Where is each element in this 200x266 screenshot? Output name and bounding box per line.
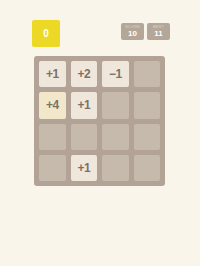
game-screen: 0 SCORE 10 BEST 11 +1+2−1+4+1+1 xyxy=(0,0,200,266)
best-value: 11 xyxy=(154,30,162,38)
empty-cell xyxy=(102,92,129,118)
score-value: 10 xyxy=(128,30,137,38)
score-badge: SCORE 10 xyxy=(121,23,144,40)
empty-cell xyxy=(134,155,161,181)
goal-tile: 0 xyxy=(32,20,60,47)
tile-plus1: +1 xyxy=(71,92,98,118)
empty-cell xyxy=(71,124,98,150)
empty-cell xyxy=(39,155,66,181)
tile-plus2: +2 xyxy=(71,61,98,87)
empty-cell xyxy=(134,92,161,118)
tile-plus1: +1 xyxy=(39,61,66,87)
goal-tile-value: 0 xyxy=(43,28,49,39)
best-badge: BEST 11 xyxy=(147,23,170,40)
empty-cell xyxy=(134,124,161,150)
tile-minus1: −1 xyxy=(102,61,129,87)
empty-cell xyxy=(102,155,129,181)
empty-cell xyxy=(39,124,66,150)
empty-cell xyxy=(134,61,161,87)
tile-plus1: +1 xyxy=(71,155,98,181)
tile-plus4: +4 xyxy=(39,92,66,118)
empty-cell xyxy=(102,124,129,150)
puzzle-board[interactable]: +1+2−1+4+1+1 xyxy=(34,56,165,186)
